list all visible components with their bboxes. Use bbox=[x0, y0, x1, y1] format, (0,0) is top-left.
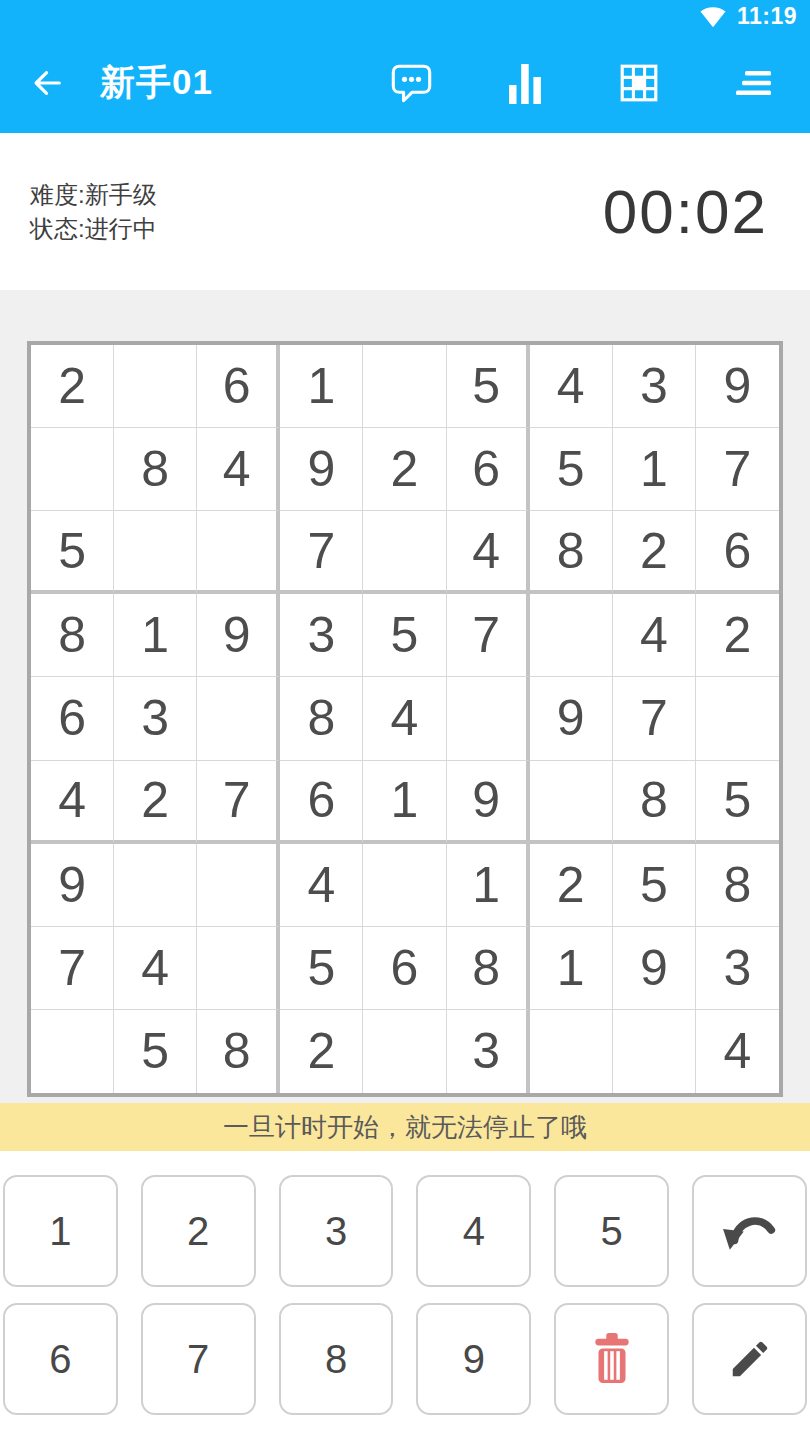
menu-icon bbox=[733, 68, 773, 98]
sudoku-cell-r9c8[interactable] bbox=[613, 1010, 696, 1093]
pencil-button[interactable] bbox=[692, 1303, 807, 1415]
sudoku-cell-r6c9[interactable]: 5 bbox=[696, 761, 779, 844]
sudoku-cell-r4c6[interactable]: 7 bbox=[447, 594, 530, 677]
sudoku-cell-r2c3[interactable]: 4 bbox=[197, 428, 280, 511]
sudoku-cell-r6c6[interactable]: 9 bbox=[447, 761, 530, 844]
sudoku-cell-r9c3[interactable]: 8 bbox=[197, 1010, 280, 1093]
sudoku-cell-r3c4[interactable]: 7 bbox=[280, 511, 363, 594]
undo-button[interactable] bbox=[692, 1175, 807, 1287]
sudoku-cell-r1c2[interactable] bbox=[114, 345, 197, 428]
sudoku-cell-r3c8[interactable]: 2 bbox=[613, 511, 696, 594]
delete-button[interactable] bbox=[554, 1303, 669, 1415]
sudoku-cell-r5c4[interactable]: 8 bbox=[280, 677, 363, 760]
sudoku-cell-r6c4[interactable]: 6 bbox=[280, 761, 363, 844]
sudoku-cell-r9c2[interactable]: 5 bbox=[114, 1010, 197, 1093]
chat-button[interactable] bbox=[354, 32, 468, 133]
sudoku-cell-r2c5[interactable]: 2 bbox=[363, 428, 446, 511]
sudoku-cell-r1c4[interactable]: 1 bbox=[280, 345, 363, 428]
sudoku-cell-r4c1[interactable]: 8 bbox=[31, 594, 114, 677]
sudoku-cell-r2c2[interactable]: 8 bbox=[114, 428, 197, 511]
difficulty-label: 难度:新手级 bbox=[30, 178, 157, 212]
pencil-icon bbox=[727, 1336, 773, 1382]
top-app-area: 11:19 新手01 bbox=[0, 0, 810, 133]
sudoku-cell-r8c2[interactable]: 4 bbox=[114, 927, 197, 1010]
key-4[interactable]: 4 bbox=[416, 1175, 531, 1287]
sudoku-cell-r3c1[interactable]: 5 bbox=[31, 511, 114, 594]
key-7[interactable]: 7 bbox=[141, 1303, 256, 1415]
back-button[interactable] bbox=[24, 53, 70, 113]
stats-button[interactable] bbox=[468, 32, 582, 133]
sudoku-cell-r8c1[interactable]: 7 bbox=[31, 927, 114, 1010]
sudoku-cell-r1c3[interactable]: 6 bbox=[197, 345, 280, 428]
sudoku-cell-r4c9[interactable]: 2 bbox=[696, 594, 779, 677]
sudoku-cell-r9c5[interactable] bbox=[363, 1010, 446, 1093]
sudoku-cell-r7c5[interactable] bbox=[363, 844, 446, 927]
sudoku-cell-r4c2[interactable]: 1 bbox=[114, 594, 197, 677]
sudoku-cell-r1c7[interactable]: 4 bbox=[530, 345, 613, 428]
hint-banner: 一旦计时开始，就无法停止了哦 bbox=[0, 1103, 810, 1151]
status-time: 11:19 bbox=[737, 3, 797, 30]
sudoku-cell-r9c1[interactable] bbox=[31, 1010, 114, 1093]
sudoku-cell-r7c3[interactable] bbox=[197, 844, 280, 927]
grid-button[interactable] bbox=[582, 32, 696, 133]
status-bar: 11:19 bbox=[0, 0, 810, 32]
key-1[interactable]: 1 bbox=[3, 1175, 118, 1287]
sudoku-cell-r4c4[interactable]: 3 bbox=[280, 594, 363, 677]
bar-chart-icon bbox=[505, 62, 545, 104]
sudoku-cell-r7c6[interactable]: 1 bbox=[447, 844, 530, 927]
sudoku-cell-r3c2[interactable] bbox=[114, 511, 197, 594]
sudoku-cell-r7c7[interactable]: 2 bbox=[530, 844, 613, 927]
undo-icon bbox=[721, 1208, 779, 1254]
sudoku-cell-r4c3[interactable]: 9 bbox=[197, 594, 280, 677]
page-title: 新手01 bbox=[100, 59, 213, 106]
hint-text: 一旦计时开始，就无法停止了哦 bbox=[223, 1110, 587, 1145]
sudoku-cell-r4c5[interactable]: 5 bbox=[363, 594, 446, 677]
key-2[interactable]: 2 bbox=[141, 1175, 256, 1287]
key-9[interactable]: 9 bbox=[416, 1303, 531, 1415]
sudoku-cell-r9c9[interactable]: 4 bbox=[696, 1010, 779, 1093]
sudoku-cell-r1c9[interactable]: 9 bbox=[696, 345, 779, 428]
game-status-label: 状态:进行中 bbox=[30, 212, 157, 246]
sudoku-cell-r7c9[interactable]: 8 bbox=[696, 844, 779, 927]
sudoku-cell-r5c1[interactable]: 6 bbox=[31, 677, 114, 760]
key-6[interactable]: 6 bbox=[3, 1303, 118, 1415]
timer: 00:02 bbox=[603, 176, 768, 247]
sudoku-cell-r5c2[interactable]: 3 bbox=[114, 677, 197, 760]
sudoku-cell-r6c1[interactable]: 4 bbox=[31, 761, 114, 844]
sudoku-cell-r5c6[interactable] bbox=[447, 677, 530, 760]
sudoku-cell-r3c3[interactable] bbox=[197, 511, 280, 594]
sudoku-cell-r5c5[interactable]: 4 bbox=[363, 677, 446, 760]
sudoku-cell-r6c5[interactable]: 1 bbox=[363, 761, 446, 844]
sudoku-cell-r2c8[interactable]: 1 bbox=[613, 428, 696, 511]
sudoku-cell-r8c5[interactable]: 6 bbox=[363, 927, 446, 1010]
sudoku-cell-r8c6[interactable]: 8 bbox=[447, 927, 530, 1010]
sudoku-cell-r9c4[interactable]: 2 bbox=[280, 1010, 363, 1093]
sudoku-cell-r7c8[interactable]: 5 bbox=[613, 844, 696, 927]
app-bar: 新手01 bbox=[0, 32, 810, 133]
sudoku-cell-r8c8[interactable]: 9 bbox=[613, 927, 696, 1010]
sudoku-cell-r6c7[interactable] bbox=[530, 761, 613, 844]
sudoku-grid[interactable]: 2615439849265175748268193574263849742761… bbox=[27, 341, 783, 1097]
sudoku-cell-r3c5[interactable] bbox=[363, 511, 446, 594]
sudoku-cell-r4c8[interactable]: 4 bbox=[613, 594, 696, 677]
grid-icon bbox=[618, 62, 660, 104]
sudoku-cell-r1c8[interactable]: 3 bbox=[613, 345, 696, 428]
sudoku-cell-r9c7[interactable] bbox=[530, 1010, 613, 1093]
sudoku-cell-r3c7[interactable]: 8 bbox=[530, 511, 613, 594]
info-card: 难度:新手级 状态:进行中 00:02 bbox=[0, 133, 810, 290]
sudoku-cell-r8c4[interactable]: 5 bbox=[280, 927, 363, 1010]
keypad: 1 2 3 4 5 6 7 8 9 bbox=[0, 1151, 810, 1440]
trash-icon bbox=[591, 1333, 633, 1385]
sudoku-cell-r7c4[interactable]: 4 bbox=[280, 844, 363, 927]
sudoku-cell-r2c4[interactable]: 9 bbox=[280, 428, 363, 511]
sudoku-cell-r1c1[interactable]: 2 bbox=[31, 345, 114, 428]
sudoku-cell-r7c1[interactable]: 9 bbox=[31, 844, 114, 927]
wifi-icon bbox=[698, 4, 728, 29]
menu-button[interactable] bbox=[696, 32, 810, 133]
sudoku-cell-r9c6[interactable]: 3 bbox=[447, 1010, 530, 1093]
sudoku-cell-r5c7[interactable]: 9 bbox=[530, 677, 613, 760]
key-8[interactable]: 8 bbox=[279, 1303, 394, 1415]
sudoku-cell-r6c8[interactable]: 8 bbox=[613, 761, 696, 844]
sudoku-cell-r5c9[interactable] bbox=[696, 677, 779, 760]
sudoku-cell-r8c7[interactable]: 1 bbox=[530, 927, 613, 1010]
sudoku-cell-r1c5[interactable] bbox=[363, 345, 446, 428]
sudoku-cell-r2c6[interactable]: 6 bbox=[447, 428, 530, 511]
sudoku-cell-r5c3[interactable] bbox=[197, 677, 280, 760]
key-5[interactable]: 5 bbox=[554, 1175, 669, 1287]
sudoku-cell-r6c3[interactable]: 7 bbox=[197, 761, 280, 844]
sudoku-cell-r3c6[interactable]: 4 bbox=[447, 511, 530, 594]
chat-bubble-icon bbox=[390, 62, 433, 104]
sudoku-cell-r4c7[interactable] bbox=[530, 594, 613, 677]
sudoku-cell-r2c1[interactable] bbox=[31, 428, 114, 511]
sudoku-cell-r1c6[interactable]: 5 bbox=[447, 345, 530, 428]
sudoku-cell-r8c3[interactable] bbox=[197, 927, 280, 1010]
sudoku-cell-r7c2[interactable] bbox=[114, 844, 197, 927]
sudoku-cell-r3c9[interactable]: 6 bbox=[696, 511, 779, 594]
sudoku-cell-r2c9[interactable]: 7 bbox=[696, 428, 779, 511]
sudoku-cell-r2c7[interactable]: 5 bbox=[530, 428, 613, 511]
sudoku-cell-r6c2[interactable]: 2 bbox=[114, 761, 197, 844]
sudoku-cell-r5c8[interactable]: 7 bbox=[613, 677, 696, 760]
arrow-left-icon bbox=[30, 66, 64, 100]
key-3[interactable]: 3 bbox=[279, 1175, 394, 1287]
board-area: 2615439849265175748268193574263849742761… bbox=[0, 290, 810, 1103]
sudoku-cell-r8c9[interactable]: 3 bbox=[696, 927, 779, 1010]
